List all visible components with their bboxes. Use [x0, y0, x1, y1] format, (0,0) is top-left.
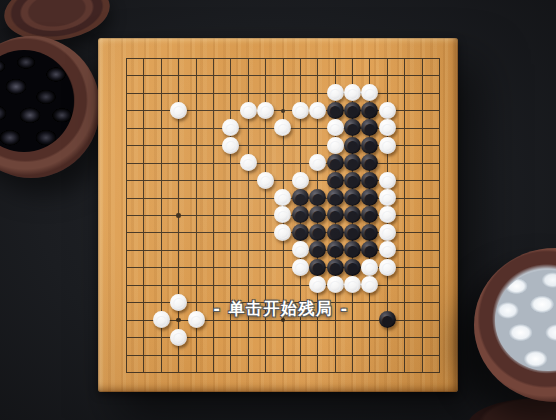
- board-intersection[interactable]: [205, 346, 222, 363]
- board-intersection[interactable]: ○: [361, 85, 378, 102]
- board-intersection[interactable]: [379, 154, 396, 171]
- board-intersection[interactable]: [205, 277, 222, 294]
- board-intersection[interactable]: ●: [344, 259, 361, 276]
- board-intersection[interactable]: ●: [344, 154, 361, 171]
- board-intersection[interactable]: [309, 67, 326, 84]
- board-intersection[interactable]: ●: [361, 242, 378, 259]
- board-intersection[interactable]: [431, 102, 448, 119]
- board-intersection[interactable]: [118, 85, 135, 102]
- board-intersection[interactable]: [222, 85, 239, 102]
- board-intersection[interactable]: ○: [379, 120, 396, 137]
- board-intersection[interactable]: [153, 102, 170, 119]
- board-intersection[interactable]: [205, 50, 222, 67]
- board-intersection[interactable]: [309, 294, 326, 311]
- board-intersection[interactable]: [274, 329, 291, 346]
- board-intersection[interactable]: [153, 224, 170, 241]
- board-intersection[interactable]: [413, 172, 430, 189]
- board-intersection[interactable]: [135, 189, 152, 206]
- board-intersection[interactable]: [309, 329, 326, 346]
- board-intersection[interactable]: [240, 346, 257, 363]
- board-intersection[interactable]: [274, 364, 291, 381]
- board-intersection[interactable]: [222, 364, 239, 381]
- board-intersection[interactable]: [187, 85, 204, 102]
- board-intersection[interactable]: [274, 172, 291, 189]
- board-intersection[interactable]: [309, 85, 326, 102]
- board-intersection[interactable]: [396, 102, 413, 119]
- board-intersection[interactable]: [396, 294, 413, 311]
- board-intersection[interactable]: ○: [292, 172, 309, 189]
- board-intersection[interactable]: ○: [344, 85, 361, 102]
- board-intersection[interactable]: [292, 154, 309, 171]
- board-intersection[interactable]: [274, 67, 291, 84]
- board-intersection[interactable]: [431, 172, 448, 189]
- board-intersection[interactable]: [396, 50, 413, 67]
- board-intersection[interactable]: [222, 277, 239, 294]
- board-intersection[interactable]: ●: [309, 207, 326, 224]
- board-intersection[interactable]: [431, 364, 448, 381]
- board-intersection[interactable]: [205, 207, 222, 224]
- board-intersection[interactable]: [326, 311, 343, 328]
- board-intersection[interactable]: ○: [170, 329, 187, 346]
- board-intersection[interactable]: ○: [379, 137, 396, 154]
- board-intersection[interactable]: [135, 154, 152, 171]
- board-intersection[interactable]: ●: [326, 207, 343, 224]
- board-intersection[interactable]: ○: [274, 224, 291, 241]
- board-intersection[interactable]: ●: [309, 242, 326, 259]
- board-intersection[interactable]: [205, 259, 222, 276]
- board-intersection[interactable]: [240, 50, 257, 67]
- board-intersection[interactable]: [118, 224, 135, 241]
- board-intersection[interactable]: ○: [292, 259, 309, 276]
- board-intersection[interactable]: [222, 242, 239, 259]
- board-intersection[interactable]: [379, 364, 396, 381]
- board-intersection[interactable]: [170, 346, 187, 363]
- board-intersection[interactable]: [153, 259, 170, 276]
- board-intersection[interactable]: [170, 189, 187, 206]
- go-board[interactable]: ○○○○○○○○●●●○○○○●●○○○●●○○○●●●○○●●●○○●●●●●…: [98, 38, 458, 392]
- board-intersection[interactable]: ●: [361, 207, 378, 224]
- board-intersection[interactable]: [187, 364, 204, 381]
- board-intersection[interactable]: ○: [379, 259, 396, 276]
- board-intersection[interactable]: ○: [170, 294, 187, 311]
- board-intersection[interactable]: [153, 294, 170, 311]
- board-intersection[interactable]: ○: [309, 154, 326, 171]
- board-intersection[interactable]: [431, 50, 448, 67]
- board-intersection[interactable]: [379, 277, 396, 294]
- board-intersection[interactable]: [240, 242, 257, 259]
- board-intersection[interactable]: [274, 294, 291, 311]
- board-intersection[interactable]: [135, 224, 152, 241]
- board-intersection[interactable]: [240, 311, 257, 328]
- board-intersection[interactable]: [187, 189, 204, 206]
- board-intersection[interactable]: [153, 207, 170, 224]
- board-intersection[interactable]: ●: [292, 207, 309, 224]
- board-intersection[interactable]: [326, 364, 343, 381]
- board-intersection[interactable]: [153, 154, 170, 171]
- board-intersection[interactable]: [309, 364, 326, 381]
- board-intersection[interactable]: [257, 120, 274, 137]
- board-intersection[interactable]: [205, 294, 222, 311]
- board-intersection[interactable]: [413, 154, 430, 171]
- board-intersection[interactable]: [135, 346, 152, 363]
- board-intersection[interactable]: [187, 346, 204, 363]
- board-intersection[interactable]: ●: [379, 311, 396, 328]
- board-intersection[interactable]: ○: [153, 311, 170, 328]
- board-intersection[interactable]: [153, 67, 170, 84]
- board-intersection[interactable]: [361, 364, 378, 381]
- board-intersection[interactable]: [170, 224, 187, 241]
- board-intersection[interactable]: [240, 224, 257, 241]
- board-intersection[interactable]: [205, 364, 222, 381]
- board-intersection[interactable]: ○: [222, 120, 239, 137]
- board-intersection[interactable]: ●: [344, 242, 361, 259]
- board-intersection[interactable]: [396, 137, 413, 154]
- board-intersection[interactable]: ○: [326, 277, 343, 294]
- board-intersection[interactable]: [274, 277, 291, 294]
- board-intersection[interactable]: [187, 224, 204, 241]
- board-intersection[interactable]: [292, 50, 309, 67]
- board-intersection[interactable]: ○: [361, 277, 378, 294]
- board-intersection[interactable]: [118, 172, 135, 189]
- board-intersection[interactable]: [240, 207, 257, 224]
- board-intersection[interactable]: [135, 102, 152, 119]
- board-intersection[interactable]: ●: [361, 224, 378, 241]
- board-intersection[interactable]: [257, 189, 274, 206]
- board-intersection[interactable]: [326, 294, 343, 311]
- board-intersection[interactable]: [396, 259, 413, 276]
- board-intersection[interactable]: [431, 189, 448, 206]
- board-intersection[interactable]: [240, 294, 257, 311]
- board-intersection[interactable]: [153, 346, 170, 363]
- board-intersection[interactable]: [274, 259, 291, 276]
- board-intersection[interactable]: [257, 277, 274, 294]
- board-intersection[interactable]: [413, 67, 430, 84]
- board-intersection[interactable]: [240, 137, 257, 154]
- board-intersection[interactable]: [187, 172, 204, 189]
- board-intersection[interactable]: [205, 154, 222, 171]
- board-intersection[interactable]: [240, 329, 257, 346]
- board-intersection[interactable]: [413, 137, 430, 154]
- board-intersection[interactable]: [170, 207, 187, 224]
- board-intersection[interactable]: [222, 311, 239, 328]
- board-intersection[interactable]: [187, 259, 204, 276]
- board-intersection[interactable]: [396, 277, 413, 294]
- board-intersection[interactable]: ●: [344, 137, 361, 154]
- board-intersection[interactable]: [187, 50, 204, 67]
- board-intersection[interactable]: [187, 120, 204, 137]
- board-intersection[interactable]: [222, 50, 239, 67]
- board-intersection[interactable]: [170, 120, 187, 137]
- board-intersection[interactable]: ●: [309, 224, 326, 241]
- board-intersection[interactable]: ○: [379, 172, 396, 189]
- board-intersection[interactable]: ○: [379, 224, 396, 241]
- board-intersection[interactable]: [309, 346, 326, 363]
- board-intersection[interactable]: [344, 50, 361, 67]
- board-intersection[interactable]: [396, 154, 413, 171]
- board-intersection[interactable]: ○: [326, 137, 343, 154]
- board-intersection[interactable]: ●: [326, 242, 343, 259]
- board-intersection[interactable]: [292, 329, 309, 346]
- board-intersection[interactable]: [344, 346, 361, 363]
- board-intersection[interactable]: [118, 207, 135, 224]
- board-intersection[interactable]: [187, 67, 204, 84]
- board-intersection[interactable]: [292, 137, 309, 154]
- board-intersection[interactable]: [187, 137, 204, 154]
- board-intersection[interactable]: ○: [292, 102, 309, 119]
- board-intersection[interactable]: [205, 85, 222, 102]
- board-intersection[interactable]: [135, 50, 152, 67]
- board-intersection[interactable]: [361, 346, 378, 363]
- board-intersection[interactable]: [396, 346, 413, 363]
- board-intersection[interactable]: [413, 346, 430, 363]
- board-intersection[interactable]: [274, 102, 291, 119]
- board-intersection[interactable]: [135, 277, 152, 294]
- board-intersection[interactable]: [153, 329, 170, 346]
- board-intersection[interactable]: [153, 85, 170, 102]
- board-intersection[interactable]: [431, 207, 448, 224]
- board-intersection[interactable]: [135, 259, 152, 276]
- board-intersection[interactable]: [187, 102, 204, 119]
- board-intersection[interactable]: [309, 172, 326, 189]
- board-intersection[interactable]: [240, 120, 257, 137]
- board-intersection[interactable]: [222, 259, 239, 276]
- board-intersection[interactable]: [396, 207, 413, 224]
- board-intersection[interactable]: ●: [292, 189, 309, 206]
- board-intersection[interactable]: [396, 242, 413, 259]
- board-intersection[interactable]: ●: [309, 189, 326, 206]
- board-intersection[interactable]: [257, 364, 274, 381]
- board-intersection[interactable]: [257, 224, 274, 241]
- board-intersection[interactable]: [413, 294, 430, 311]
- board-intersection[interactable]: [118, 154, 135, 171]
- board-intersection[interactable]: [431, 120, 448, 137]
- board-intersection[interactable]: [205, 224, 222, 241]
- board-intersection[interactable]: [118, 67, 135, 84]
- board-intersection[interactable]: [309, 311, 326, 328]
- board-intersection[interactable]: [170, 137, 187, 154]
- board-intersection[interactable]: ●: [344, 224, 361, 241]
- board-intersection[interactable]: [205, 67, 222, 84]
- board-intersection[interactable]: [170, 242, 187, 259]
- board-intersection[interactable]: [153, 50, 170, 67]
- board-intersection[interactable]: ○: [240, 154, 257, 171]
- board-intersection[interactable]: ○: [344, 277, 361, 294]
- board-intersection[interactable]: ●: [344, 102, 361, 119]
- board-intersection[interactable]: [431, 346, 448, 363]
- board-intersection[interactable]: ○: [379, 102, 396, 119]
- board-intersection[interactable]: [153, 189, 170, 206]
- board-intersection[interactable]: [135, 294, 152, 311]
- board-intersection[interactable]: [153, 277, 170, 294]
- board-intersection[interactable]: [257, 85, 274, 102]
- board-intersection[interactable]: [292, 346, 309, 363]
- board-intersection[interactable]: [396, 85, 413, 102]
- board-intersection[interactable]: [257, 311, 274, 328]
- board-intersection[interactable]: [170, 311, 187, 328]
- board-intersection[interactable]: [153, 137, 170, 154]
- board-intersection[interactable]: [431, 154, 448, 171]
- board-intersection[interactable]: ○: [379, 207, 396, 224]
- board-intersection[interactable]: [431, 294, 448, 311]
- board-intersection[interactable]: [274, 346, 291, 363]
- board-intersection[interactable]: ○: [379, 189, 396, 206]
- board-intersection[interactable]: [170, 364, 187, 381]
- board-intersection[interactable]: [205, 102, 222, 119]
- board-intersection[interactable]: [170, 277, 187, 294]
- board-intersection[interactable]: [118, 50, 135, 67]
- board-intersection[interactable]: ○: [326, 120, 343, 137]
- board-intersection[interactable]: [274, 154, 291, 171]
- board-intersection[interactable]: ●: [361, 120, 378, 137]
- board-intersection[interactable]: [222, 102, 239, 119]
- board-intersection[interactable]: [326, 346, 343, 363]
- board-intersection[interactable]: [135, 120, 152, 137]
- board-intersection[interactable]: [187, 294, 204, 311]
- board-intersection[interactable]: [205, 120, 222, 137]
- board-intersection[interactable]: [413, 277, 430, 294]
- board-intersection[interactable]: [257, 259, 274, 276]
- board-intersection[interactable]: ●: [326, 102, 343, 119]
- board-intersection[interactable]: [396, 189, 413, 206]
- board-intersection[interactable]: [274, 85, 291, 102]
- board-intersection[interactable]: ●: [361, 137, 378, 154]
- board-intersection[interactable]: [379, 50, 396, 67]
- board-intersection[interactable]: ○: [187, 311, 204, 328]
- board-intersection[interactable]: [379, 346, 396, 363]
- board-intersection[interactable]: [396, 224, 413, 241]
- board-intersection[interactable]: [170, 85, 187, 102]
- board-intersection[interactable]: [118, 277, 135, 294]
- board-intersection[interactable]: [413, 242, 430, 259]
- board-intersection[interactable]: [431, 277, 448, 294]
- board-intersection[interactable]: ○: [326, 85, 343, 102]
- board-intersection[interactable]: [118, 294, 135, 311]
- board-intersection[interactable]: [257, 207, 274, 224]
- board-intersection[interactable]: [326, 67, 343, 84]
- board-intersection[interactable]: [326, 50, 343, 67]
- board-intersection[interactable]: [187, 242, 204, 259]
- board-intersection[interactable]: [222, 224, 239, 241]
- board-intersection[interactable]: [135, 172, 152, 189]
- board-intersection[interactable]: ●: [344, 207, 361, 224]
- board-intersection[interactable]: [361, 294, 378, 311]
- board-intersection[interactable]: ●: [361, 189, 378, 206]
- board-intersection[interactable]: [257, 137, 274, 154]
- board-intersection[interactable]: [222, 172, 239, 189]
- board-intersection[interactable]: [361, 329, 378, 346]
- board-intersection[interactable]: [222, 294, 239, 311]
- board-intersection[interactable]: [431, 224, 448, 241]
- board-intersection[interactable]: [222, 189, 239, 206]
- board-intersection[interactable]: [118, 102, 135, 119]
- board-intersection[interactable]: [205, 137, 222, 154]
- board-intersection[interactable]: [118, 189, 135, 206]
- board-intersection[interactable]: [361, 50, 378, 67]
- board-intersection[interactable]: ●: [326, 172, 343, 189]
- board-intersection[interactable]: [240, 364, 257, 381]
- board-intersection[interactable]: [431, 329, 448, 346]
- board-intersection[interactable]: [257, 67, 274, 84]
- board-intersection[interactable]: ●: [326, 189, 343, 206]
- board-intersection[interactable]: ●: [361, 172, 378, 189]
- board-intersection[interactable]: ○: [274, 207, 291, 224]
- board-intersection[interactable]: [118, 346, 135, 363]
- board-intersection[interactable]: [361, 311, 378, 328]
- board-intersection[interactable]: ○: [222, 137, 239, 154]
- board-intersection[interactable]: [240, 85, 257, 102]
- board-intersection[interactable]: ●: [361, 102, 378, 119]
- board-intersection[interactable]: [413, 102, 430, 119]
- board-intersection[interactable]: [413, 207, 430, 224]
- board-intersection[interactable]: [361, 67, 378, 84]
- board-intersection[interactable]: [431, 137, 448, 154]
- board-intersection[interactable]: [431, 85, 448, 102]
- board-intersection[interactable]: [274, 311, 291, 328]
- board-intersection[interactable]: [118, 259, 135, 276]
- board-intersection[interactable]: ○: [257, 172, 274, 189]
- board-intersection[interactable]: [274, 137, 291, 154]
- board-intersection[interactable]: [292, 364, 309, 381]
- board-intersection[interactable]: [240, 189, 257, 206]
- board-intersection[interactable]: [187, 207, 204, 224]
- board-intersection[interactable]: [222, 207, 239, 224]
- board-intersection[interactable]: [413, 85, 430, 102]
- board-intersection[interactable]: [344, 329, 361, 346]
- board-intersection[interactable]: ○: [309, 277, 326, 294]
- board-intersection[interactable]: [135, 329, 152, 346]
- board-intersection[interactable]: [257, 242, 274, 259]
- board-intersection[interactable]: [257, 329, 274, 346]
- board-intersection[interactable]: [118, 329, 135, 346]
- board-intersection[interactable]: [292, 67, 309, 84]
- board-intersection[interactable]: ●: [309, 259, 326, 276]
- board-intersection[interactable]: [257, 50, 274, 67]
- board-intersection[interactable]: [379, 294, 396, 311]
- board-intersection[interactable]: [413, 224, 430, 241]
- board-intersection[interactable]: [118, 364, 135, 381]
- board-intersection[interactable]: ●: [326, 154, 343, 171]
- board-intersection[interactable]: [135, 311, 152, 328]
- board-intersection[interactable]: [222, 329, 239, 346]
- board-intersection[interactable]: ●: [326, 224, 343, 241]
- board-intersection[interactable]: [413, 364, 430, 381]
- board-intersection[interactable]: [292, 277, 309, 294]
- board-intersection[interactable]: [292, 311, 309, 328]
- board-intersection[interactable]: [135, 137, 152, 154]
- board-intersection[interactable]: [257, 294, 274, 311]
- board-intersection[interactable]: [413, 259, 430, 276]
- board-intersection[interactable]: [205, 311, 222, 328]
- board-intersection[interactable]: [240, 277, 257, 294]
- board-intersection[interactable]: [187, 277, 204, 294]
- board-intersection[interactable]: [118, 137, 135, 154]
- board-intersection[interactable]: [309, 120, 326, 137]
- board-intersection[interactable]: [413, 329, 430, 346]
- board-intersection[interactable]: [153, 364, 170, 381]
- board-intersection[interactable]: [431, 259, 448, 276]
- board-intersection[interactable]: ●: [361, 154, 378, 171]
- board-intersection[interactable]: [431, 242, 448, 259]
- board-intersection[interactable]: [118, 120, 135, 137]
- board-intersection[interactable]: [396, 311, 413, 328]
- board-intersection[interactable]: ○: [361, 259, 378, 276]
- board-intersection[interactable]: [292, 294, 309, 311]
- board-intersection[interactable]: ○: [292, 242, 309, 259]
- board-intersection[interactable]: [205, 242, 222, 259]
- board-intersection[interactable]: [153, 172, 170, 189]
- board-intersection[interactable]: [396, 364, 413, 381]
- board-intersection[interactable]: [170, 172, 187, 189]
